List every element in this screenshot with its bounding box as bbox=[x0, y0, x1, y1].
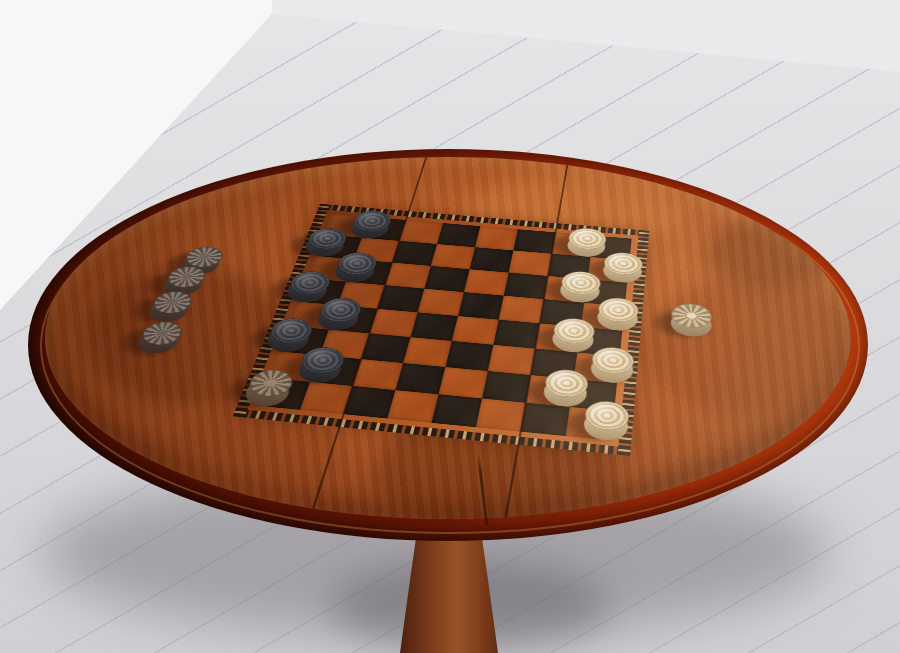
dark-rosette-checker bbox=[145, 297, 193, 323]
board-square bbox=[431, 244, 475, 269]
board-square bbox=[493, 320, 539, 349]
light-checker bbox=[566, 234, 606, 258]
light-checker bbox=[541, 377, 587, 408]
board-square bbox=[411, 312, 458, 341]
board-square bbox=[476, 398, 526, 431]
dark-checker bbox=[294, 354, 344, 384]
dark-rosette-checker bbox=[133, 328, 182, 355]
board-square bbox=[445, 341, 493, 371]
dark-checker bbox=[331, 258, 376, 283]
light-checker bbox=[589, 354, 634, 384]
board-square bbox=[509, 250, 552, 275]
table-top bbox=[45, 157, 851, 519]
dark-checker bbox=[302, 234, 347, 258]
board-square bbox=[504, 273, 548, 300]
tan-rosette-checker bbox=[670, 310, 712, 338]
board-square bbox=[387, 390, 438, 423]
light-checker bbox=[596, 304, 639, 331]
light-checker bbox=[582, 409, 629, 442]
board-square bbox=[403, 337, 452, 367]
board-square bbox=[470, 247, 514, 272]
board-square bbox=[482, 371, 531, 403]
light-checker bbox=[558, 277, 600, 303]
light-checker bbox=[602, 258, 643, 283]
board-square bbox=[424, 266, 469, 292]
board-square bbox=[452, 316, 499, 345]
board-square bbox=[418, 289, 464, 316]
photo-scene bbox=[0, 0, 900, 653]
dark-checker bbox=[314, 304, 362, 331]
board-square bbox=[488, 345, 535, 375]
dark-checker bbox=[348, 216, 391, 239]
board-square bbox=[439, 367, 488, 398]
dark-checker bbox=[283, 277, 330, 303]
light-checker bbox=[550, 325, 594, 353]
board-square bbox=[458, 292, 504, 320]
board-square bbox=[499, 296, 544, 324]
board-square bbox=[395, 363, 445, 394]
board-square bbox=[521, 403, 570, 436]
board-square bbox=[431, 394, 482, 427]
board-square bbox=[464, 269, 509, 295]
